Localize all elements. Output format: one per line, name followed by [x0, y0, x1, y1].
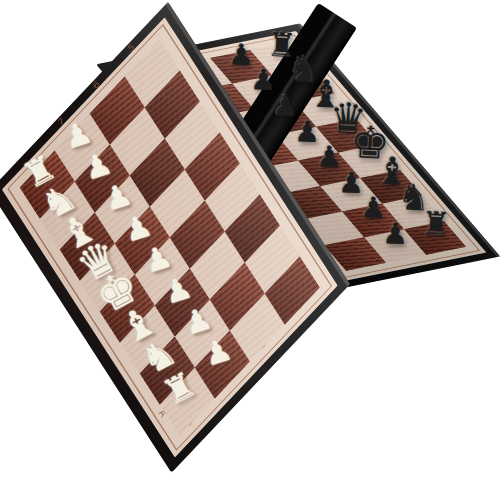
chess-set-photo: ······ 5675678A ♜♞♝♛♚♝♞♜♟♟♟♟♟♟♟♟♟♟♟♟♟♟♟♟…: [0, 0, 500, 490]
